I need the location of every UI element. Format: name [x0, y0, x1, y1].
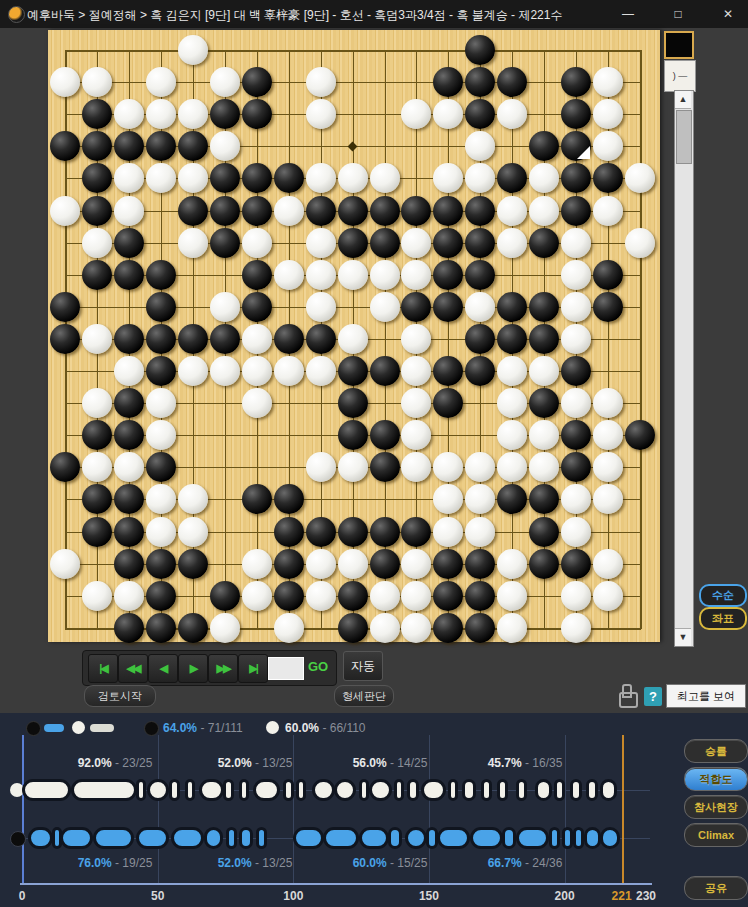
forward-button[interactable]: ▶ — [178, 654, 208, 683]
white-stone — [210, 292, 240, 322]
white-winrate-capsule — [570, 779, 581, 801]
white-stone — [529, 420, 559, 450]
black-stone — [561, 131, 591, 161]
black-stone — [146, 356, 176, 386]
black-winrate-capsule — [573, 827, 584, 849]
help-button[interactable]: ? — [644, 687, 662, 706]
legend-white-dot-icon — [72, 721, 85, 734]
white-winrate-capsule — [481, 779, 492, 801]
black-stone — [561, 99, 591, 129]
white-stone — [561, 613, 591, 643]
black-stone — [178, 196, 208, 226]
black-stone — [210, 581, 240, 611]
current-move-tick-label: 221 — [612, 889, 632, 903]
black-stone — [433, 581, 463, 611]
white-stone — [306, 356, 336, 386]
black-stone — [465, 613, 495, 643]
position-judge-button[interactable]: 형세판단 — [334, 685, 394, 707]
maximize-button[interactable]: □ — [658, 0, 698, 28]
white-stone — [593, 452, 623, 482]
black-stone — [561, 163, 591, 193]
black-stone — [465, 260, 495, 290]
black-stone — [529, 388, 559, 418]
winrate-percent-label: 45.7% - 16/35 — [488, 756, 563, 770]
white-stone — [210, 356, 240, 386]
black-stone — [433, 196, 463, 226]
white-winrate-capsule — [407, 779, 418, 801]
black-stone — [433, 613, 463, 643]
black-stone — [529, 292, 559, 322]
black-stone — [114, 549, 144, 579]
winrate-percent-label: 92.0% - 23/25 — [78, 756, 153, 770]
white-stone — [338, 452, 368, 482]
black-stone — [338, 613, 368, 643]
black-stone — [146, 613, 176, 643]
close-button[interactable]: ✕ — [708, 0, 748, 28]
white-stone — [497, 388, 527, 418]
black-stone — [274, 549, 304, 579]
white-winrate-capsule — [185, 779, 195, 801]
title-bar: 예후바둑 > 절예정해 > 흑 김은지 [9단] 대 백 辜梓豪 [9단] - … — [0, 0, 748, 28]
black-winrate-capsule — [93, 827, 134, 849]
black-stone — [465, 549, 495, 579]
black-stone — [465, 324, 495, 354]
black-stone — [210, 196, 240, 226]
black-stone — [146, 131, 176, 161]
black-stone — [497, 324, 527, 354]
white-stone — [82, 67, 112, 97]
white-stone — [242, 388, 272, 418]
black-stone — [370, 356, 400, 386]
black-stone — [82, 196, 112, 226]
white-winrate-capsule — [462, 779, 476, 801]
black-stone — [242, 67, 272, 97]
white-stone — [82, 324, 112, 354]
winrate-percent-label: 66.7% - 24/36 — [488, 856, 563, 870]
white-stone — [401, 420, 431, 450]
black-stone — [114, 484, 144, 514]
black-stone — [274, 324, 304, 354]
white-stone — [593, 67, 623, 97]
black-stone — [561, 196, 591, 226]
black-stone — [433, 292, 463, 322]
white-stone — [146, 99, 176, 129]
white-stone — [242, 228, 272, 258]
white-stone — [306, 67, 336, 97]
white-stone — [593, 99, 623, 129]
black-stone — [529, 517, 559, 547]
black-winrate-capsule — [405, 827, 427, 849]
white-stone — [497, 228, 527, 258]
black-stone — [146, 581, 176, 611]
white-stone — [465, 517, 495, 547]
winrate-percent-label: 76.0% - 19/25 — [78, 856, 153, 870]
minimize-button[interactable]: — — [608, 0, 648, 28]
white-stone — [593, 196, 623, 226]
black-stone — [114, 517, 144, 547]
white-stone — [401, 549, 431, 579]
white-stone — [625, 228, 655, 258]
white-stone — [370, 581, 400, 611]
graph-gridline — [158, 735, 159, 883]
white-winrate-capsule — [535, 779, 552, 801]
black-stone — [465, 356, 495, 386]
auto-play-button[interactable]: 자동 — [343, 651, 383, 681]
black-stone — [625, 420, 655, 450]
x-axis-tick-label: 100 — [283, 889, 303, 903]
white-stone — [82, 452, 112, 482]
show-best-tooltip: 최고를 보여 — [666, 684, 746, 708]
black-stone — [114, 228, 144, 258]
winrate-percent-label: 56.0% - 14/25 — [353, 756, 428, 770]
black-stone — [146, 324, 176, 354]
go-board[interactable] — [48, 30, 660, 642]
scrollbar-thumb[interactable] — [676, 110, 692, 164]
black-winrate-capsule — [600, 827, 620, 849]
black-stone — [114, 420, 144, 450]
winrate-percent-label: 52.0% - 13/25 — [218, 756, 293, 770]
board-scrollbar[interactable]: ▲ ▼ — [674, 90, 694, 647]
black-stone — [114, 131, 144, 161]
black-stone — [306, 196, 336, 226]
white-stone — [593, 388, 623, 418]
fast-forward-button[interactable]: ▶▶ — [208, 654, 238, 683]
black-stone — [433, 260, 463, 290]
white-winrate-capsule — [253, 779, 281, 801]
black-stone — [114, 388, 144, 418]
black-stone — [497, 67, 527, 97]
white-stone — [178, 99, 208, 129]
graph-y-axis — [22, 735, 24, 883]
white-stone — [529, 163, 559, 193]
scene-tab-button[interactable]: 참사현장 — [684, 795, 748, 819]
white-stone — [274, 260, 304, 290]
white-stone — [82, 581, 112, 611]
white-stone — [561, 324, 591, 354]
white-stone — [146, 163, 176, 193]
black-stone — [274, 163, 304, 193]
white-stone — [306, 549, 336, 579]
white-stone — [242, 324, 272, 354]
black-stone — [50, 292, 80, 322]
white-stone — [50, 196, 80, 226]
x-axis-tick-label: 200 — [555, 889, 575, 903]
black-stone — [146, 260, 176, 290]
black-stone — [370, 452, 400, 482]
black-stone — [114, 324, 144, 354]
white-winrate-capsule — [296, 779, 306, 801]
black-stone — [210, 163, 240, 193]
black-stone — [50, 131, 80, 161]
white-stone — [370, 163, 400, 193]
white-winrate-capsule — [71, 779, 137, 801]
black-winrate-capsule — [293, 827, 323, 849]
x-axis-tick-label: 0 — [19, 889, 26, 903]
white-stone — [497, 549, 527, 579]
white-stone — [593, 420, 623, 450]
white-stone — [178, 517, 208, 547]
black-stone — [114, 260, 144, 290]
white-stone — [82, 388, 112, 418]
black-winrate-capsule — [388, 827, 402, 849]
white-stone — [433, 99, 463, 129]
white-stone — [401, 260, 431, 290]
white-stone — [242, 549, 272, 579]
black-winrate-capsule — [28, 827, 53, 849]
white-stone — [593, 484, 623, 514]
move-order-button[interactable]: 수순 — [699, 584, 747, 607]
black-stone — [242, 99, 272, 129]
black-stone — [242, 196, 272, 226]
graph-x-axis — [20, 883, 652, 885]
white-total-dot-icon — [266, 721, 279, 734]
white-stone — [306, 452, 336, 482]
black-stone — [338, 228, 368, 258]
white-stone — [210, 613, 240, 643]
black-stone — [561, 356, 591, 386]
white-stone — [593, 581, 623, 611]
white-stone — [242, 356, 272, 386]
black-stone — [178, 131, 208, 161]
fit-tab-button[interactable]: 적합도 — [684, 767, 748, 791]
thumbs-up-icon[interactable] — [614, 684, 638, 708]
climax-tab-button[interactable]: Climax — [684, 823, 748, 847]
black-total-dot-icon — [144, 721, 159, 736]
scroll-down-icon[interactable]: ▼ — [675, 628, 691, 646]
white-stone — [401, 388, 431, 418]
black-stone — [465, 99, 495, 129]
coordinates-button[interactable]: 좌표 — [699, 607, 747, 630]
white-winrate-capsule — [312, 779, 334, 801]
white-stone — [401, 613, 431, 643]
white-stone — [306, 260, 336, 290]
black-stone — [465, 67, 495, 97]
x-axis-tick-label: 150 — [419, 889, 439, 903]
white-stone — [370, 613, 400, 643]
star-point — [348, 141, 358, 151]
white-stone — [465, 452, 495, 482]
black-stone — [529, 228, 559, 258]
black-stone — [82, 517, 112, 547]
go-button[interactable]: GO — [305, 656, 331, 678]
white-winrate-capsule — [22, 779, 71, 801]
black-stone — [561, 452, 591, 482]
black-stone — [561, 549, 591, 579]
white-stone — [561, 484, 591, 514]
black-stone — [82, 420, 112, 450]
black-stone — [465, 228, 495, 258]
black-stone — [433, 549, 463, 579]
black-stone — [274, 517, 304, 547]
white-stone — [497, 196, 527, 226]
white-winrate-capsule — [369, 779, 391, 801]
black-stone — [146, 549, 176, 579]
current-move-line — [622, 735, 624, 883]
black-stone — [338, 196, 368, 226]
first-move-button[interactable]: |◀ — [88, 654, 118, 683]
black-stone — [465, 581, 495, 611]
white-stone — [210, 131, 240, 161]
black-stone — [433, 388, 463, 418]
black-stone — [561, 420, 591, 450]
black-stone — [593, 260, 623, 290]
white-stone — [146, 484, 176, 514]
black-stone — [82, 163, 112, 193]
fast-back-button[interactable]: ◀◀ — [118, 654, 148, 683]
white-winrate-capsule — [169, 779, 180, 801]
black-stone — [178, 549, 208, 579]
white-stone — [593, 131, 623, 161]
move-number-input[interactable] — [268, 657, 304, 680]
black-stone — [178, 613, 208, 643]
black-stone — [497, 484, 527, 514]
white-stone — [82, 228, 112, 258]
black-winrate-capsule — [226, 827, 237, 849]
black-stone — [146, 292, 176, 322]
white-stone — [465, 292, 495, 322]
black-stone — [593, 292, 623, 322]
black-winrate-capsule — [502, 827, 516, 849]
black-stone — [146, 452, 176, 482]
white-stone — [146, 388, 176, 418]
white-winrate-capsule — [359, 779, 369, 801]
stone-color-preview — [664, 31, 694, 59]
white-stone — [529, 196, 559, 226]
black-stone — [497, 163, 527, 193]
black-stone — [242, 163, 272, 193]
white-stone — [210, 67, 240, 97]
white-stone — [497, 452, 527, 482]
white-winrate-capsule — [147, 779, 169, 801]
black-winrate-capsule — [239, 827, 253, 849]
white-stone — [625, 163, 655, 193]
black-stone — [50, 452, 80, 482]
last-move-marker-icon — [577, 146, 590, 159]
winrate-tab-button[interactable]: 승률 — [684, 739, 748, 763]
black-winrate-capsule — [204, 827, 224, 849]
black-stone — [529, 324, 559, 354]
last-move-button[interactable]: ▶| — [238, 654, 268, 683]
black-stone — [338, 581, 368, 611]
black-stone — [338, 388, 368, 418]
black-winrate-capsule — [470, 827, 503, 849]
black-stone — [82, 131, 112, 161]
white-stone — [561, 228, 591, 258]
app-window: 예후바둑 > 절예정해 > 흑 김은지 [9단] 대 백 辜梓豪 [9단] - … — [0, 0, 748, 907]
black-stone — [178, 324, 208, 354]
black-stone — [306, 517, 336, 547]
black-stone — [401, 292, 431, 322]
white-stone — [465, 163, 495, 193]
white-stone — [178, 228, 208, 258]
black-stone — [274, 581, 304, 611]
scroll-up-icon[interactable]: ▲ — [675, 91, 691, 109]
black-winrate-capsule — [60, 827, 93, 849]
white-stone — [497, 613, 527, 643]
black-winrate-capsule — [516, 827, 549, 849]
variation-preview-button[interactable]: ) — — [664, 60, 696, 92]
white-stone — [146, 420, 176, 450]
white-stone — [370, 260, 400, 290]
white-winrate-capsule — [448, 779, 458, 801]
white-stone — [338, 324, 368, 354]
white-stone — [114, 452, 144, 482]
app-logo-icon — [8, 6, 25, 23]
window-title: 예후바둑 > 절예정해 > 흑 김은지 [9단] 대 백 辜梓豪 [9단] - … — [27, 7, 562, 24]
winrate-percent-label: 52.0% - 13/25 — [218, 856, 293, 870]
white-stone — [561, 292, 591, 322]
black-stone — [529, 549, 559, 579]
legend-black-dot-icon — [26, 721, 41, 736]
black-winrate-capsule — [426, 827, 437, 849]
black-stone — [497, 292, 527, 322]
white-stone — [370, 292, 400, 322]
black-stone — [401, 196, 431, 226]
white-stone — [401, 228, 431, 258]
white-stone — [497, 356, 527, 386]
black-stone — [561, 67, 591, 97]
black-stone — [593, 163, 623, 193]
black-winrate-capsule — [584, 827, 601, 849]
black-winrate-capsule — [359, 827, 389, 849]
share-button[interactable]: 공유 — [684, 876, 748, 900]
white-stone — [561, 517, 591, 547]
white-winrate-capsule — [283, 779, 294, 801]
white-stone — [465, 484, 495, 514]
white-stone — [401, 324, 431, 354]
white-winrate-capsule — [516, 779, 527, 801]
white-stone — [433, 484, 463, 514]
white-stone — [497, 420, 527, 450]
black-stone — [114, 613, 144, 643]
legend-black-bar-icon — [44, 724, 64, 732]
black-stone — [370, 420, 400, 450]
white-stone — [433, 163, 463, 193]
white-winrate-capsule — [136, 779, 146, 801]
back-button[interactable]: ◀ — [148, 654, 178, 683]
white-winrate-capsule — [394, 779, 404, 801]
black-stone — [306, 324, 336, 354]
white-stone — [274, 613, 304, 643]
white-stone — [50, 67, 80, 97]
white-stone — [433, 517, 463, 547]
white-winrate-capsule — [497, 779, 508, 801]
white-stone — [146, 67, 176, 97]
white-winrate-capsule — [421, 779, 446, 801]
white-winrate-capsule — [586, 779, 597, 801]
start-review-button[interactable]: 검토시작 — [84, 685, 156, 707]
white-stone — [306, 228, 336, 258]
nav-toolbar: |◀ ◀◀ ◀ ▶ ▶▶ ▶| GO — [82, 650, 337, 686]
white-stone — [401, 356, 431, 386]
black-winrate-capsule — [437, 827, 470, 849]
white-stone — [274, 196, 304, 226]
black-stone — [465, 35, 495, 65]
legend-white-bar-icon — [90, 724, 114, 732]
black-stone — [338, 420, 368, 450]
black-stone — [433, 228, 463, 258]
white-stone — [306, 163, 336, 193]
black-total-label: 64.0% - 71/111 — [163, 721, 243, 735]
black-winrate-capsule — [136, 827, 169, 849]
winrate-percent-label: 60.0% - 15/25 — [353, 856, 428, 870]
graph-gridline — [429, 735, 430, 883]
black-winrate-capsule — [323, 827, 359, 849]
white-stone — [497, 99, 527, 129]
white-stone — [306, 292, 336, 322]
white-stone — [306, 581, 336, 611]
black-stone — [338, 356, 368, 386]
